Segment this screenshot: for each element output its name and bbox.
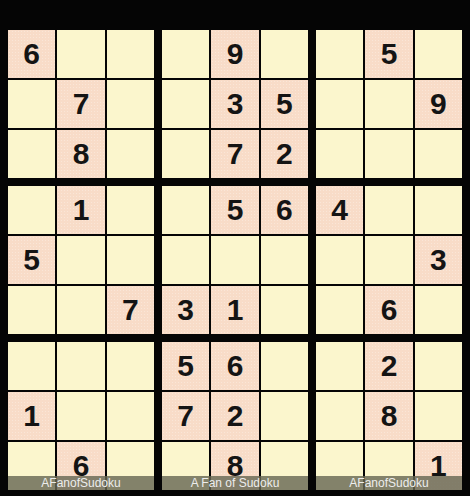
cell-r4c6[interactable]: 6 xyxy=(261,186,308,234)
cell-r2c1[interactable] xyxy=(8,80,55,128)
sudoku-app-frame: 186827126561373546512789537596 AFanofSud… xyxy=(0,0,470,496)
cell-r3c9[interactable] xyxy=(415,130,462,178)
top-banner xyxy=(0,0,470,30)
cell-r7c6[interactable] xyxy=(261,342,308,390)
cell-r8c9[interactable] xyxy=(415,392,462,440)
cell-r4c1[interactable] xyxy=(8,186,55,234)
cell-r5c1[interactable]: 5 xyxy=(8,236,55,284)
cell-r7c1[interactable] xyxy=(8,342,55,390)
cell-r1c4[interactable] xyxy=(162,30,209,78)
cell-r3c5[interactable]: 7 xyxy=(211,130,258,178)
cell-r6c4[interactable]: 3 xyxy=(162,286,209,334)
cell-r4c3[interactable] xyxy=(107,186,154,234)
watermark-text-left: AFanofSudoku xyxy=(8,476,154,490)
cell-r5c7[interactable] xyxy=(316,236,363,284)
cell-r6c8[interactable]: 6 xyxy=(365,286,412,334)
cell-r5c5[interactable] xyxy=(211,236,258,284)
watermark-text-right: AFanofSudoku xyxy=(316,476,462,490)
cell-r1c2[interactable] xyxy=(57,30,104,78)
cell-r2c6[interactable]: 5 xyxy=(261,80,308,128)
cell-r4c9[interactable] xyxy=(415,186,462,234)
cell-r8c2[interactable] xyxy=(57,392,104,440)
cell-r5c2[interactable] xyxy=(57,236,104,284)
cell-r8c7[interactable] xyxy=(316,392,363,440)
cell-r7c2[interactable] xyxy=(57,342,104,390)
cell-r8c4[interactable]: 7 xyxy=(162,392,209,440)
cell-r6c7[interactable] xyxy=(316,286,363,334)
cell-r1c9[interactable] xyxy=(415,30,462,78)
cell-r6c2[interactable] xyxy=(57,286,104,334)
cell-r5c9[interactable]: 3 xyxy=(415,236,462,284)
cell-r5c6[interactable] xyxy=(261,236,308,284)
cell-r3c1[interactable] xyxy=(8,130,55,178)
cell-r6c9[interactable] xyxy=(415,286,462,334)
cell-r5c3[interactable] xyxy=(107,236,154,284)
cell-r2c7[interactable] xyxy=(316,80,363,128)
cell-r8c1[interactable]: 1 xyxy=(8,392,55,440)
cell-r1c1[interactable]: 6 xyxy=(8,30,55,78)
cell-r7c7[interactable] xyxy=(316,342,363,390)
cell-r6c1[interactable] xyxy=(8,286,55,334)
cell-r5c8[interactable] xyxy=(365,236,412,284)
cell-r8c6[interactable] xyxy=(261,392,308,440)
cell-r8c8[interactable]: 8 xyxy=(365,392,412,440)
cell-r2c3[interactable] xyxy=(107,80,154,128)
cell-r2c2[interactable]: 7 xyxy=(57,80,104,128)
cell-r6c5[interactable]: 1 xyxy=(211,286,258,334)
cell-r3c4[interactable] xyxy=(162,130,209,178)
cell-r3c3[interactable] xyxy=(107,130,154,178)
cell-r2c9[interactable]: 9 xyxy=(415,80,462,128)
cell-r1c3[interactable] xyxy=(107,30,154,78)
cell-r7c9[interactable] xyxy=(415,342,462,390)
cell-r4c7[interactable]: 4 xyxy=(316,186,363,234)
cell-r3c6[interactable]: 2 xyxy=(261,130,308,178)
cell-r5c4[interactable] xyxy=(162,236,209,284)
cell-r4c8[interactable] xyxy=(365,186,412,234)
cell-r1c5[interactable]: 9 xyxy=(211,30,258,78)
cell-r6c6[interactable] xyxy=(261,286,308,334)
cell-r8c5[interactable]: 2 xyxy=(211,392,258,440)
cell-r1c7[interactable] xyxy=(316,30,363,78)
cell-r1c8[interactable]: 5 xyxy=(365,30,412,78)
cell-r7c8[interactable]: 2 xyxy=(365,342,412,390)
cell-r7c4[interactable]: 5 xyxy=(162,342,209,390)
cell-r4c2[interactable]: 1 xyxy=(57,186,104,234)
sudoku-board: 186827126561373546512789537596 AFanofSud… xyxy=(0,30,470,496)
cell-r2c4[interactable] xyxy=(162,80,209,128)
cell-r3c2[interactable]: 8 xyxy=(57,130,104,178)
cell-r3c7[interactable] xyxy=(316,130,363,178)
cell-r6c3[interactable]: 7 xyxy=(107,286,154,334)
cell-r7c5[interactable]: 6 xyxy=(211,342,258,390)
cell-r7c3[interactable] xyxy=(107,342,154,390)
cell-r1c6[interactable] xyxy=(261,30,308,78)
cell-r2c8[interactable] xyxy=(365,80,412,128)
cell-r4c4[interactable] xyxy=(162,186,209,234)
cell-r4c5[interactable]: 5 xyxy=(211,186,258,234)
cell-r3c8[interactable] xyxy=(365,130,412,178)
watermark-text-center: A Fan of Sudoku xyxy=(162,476,308,490)
cell-r2c5[interactable]: 3 xyxy=(211,80,258,128)
cell-r8c3[interactable] xyxy=(107,392,154,440)
